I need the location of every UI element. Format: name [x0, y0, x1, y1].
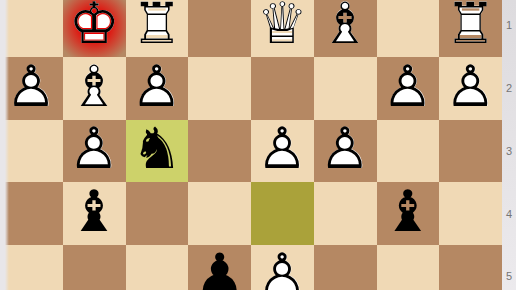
square-d5[interactable]: ♟♙	[251, 245, 314, 290]
square-f4[interactable]	[126, 182, 189, 245]
square-a5[interactable]	[439, 245, 502, 290]
square-g3[interactable]: ♟♙	[63, 120, 126, 183]
square-g4[interactable]: ♝	[63, 182, 126, 245]
rank-label-2: 2	[502, 82, 516, 94]
square-d1[interactable]: ♛♕	[251, 0, 314, 57]
white-pawn[interactable]: ♟♙	[0, 57, 63, 120]
piece-glyph: ♟	[188, 243, 251, 290]
piece-outline: ♙	[126, 55, 189, 118]
rank-label-3: 3	[502, 145, 516, 157]
white-pawn[interactable]: ♟♙	[251, 245, 314, 290]
white-queen[interactable]: ♛♕	[251, 0, 314, 57]
square-f1[interactable]: ♜♖	[126, 0, 189, 57]
square-h3[interactable]	[0, 120, 63, 183]
square-h5[interactable]	[0, 245, 63, 290]
white-pawn[interactable]: ♟♙	[126, 57, 189, 120]
square-h2[interactable]: ♟♙	[0, 57, 63, 120]
black-pawn[interactable]: ♟	[188, 245, 251, 290]
square-f5[interactable]	[126, 245, 189, 290]
piece-glyph: ♞	[126, 118, 189, 181]
piece-outline: ♗	[314, 0, 377, 55]
white-pawn[interactable]: ♟♙	[377, 57, 440, 120]
piece-outline: ♙	[63, 118, 126, 181]
square-h1[interactable]	[0, 0, 63, 57]
square-d4[interactable]	[251, 182, 314, 245]
square-e5[interactable]: ♟	[188, 245, 251, 290]
piece-outline: ♙	[314, 118, 377, 181]
rank-label-5: 5	[502, 270, 516, 282]
square-b4[interactable]: ♝	[377, 182, 440, 245]
piece-fill: ♜	[126, 0, 189, 55]
piece-fill: ♟	[126, 55, 189, 118]
piece-fill: ♟	[251, 243, 314, 290]
square-b1[interactable]	[377, 0, 440, 57]
piece-outline: ♗	[63, 55, 126, 118]
piece-outline: ♖	[439, 0, 502, 55]
square-g2[interactable]: ♝♗	[63, 57, 126, 120]
square-f3[interactable]: ♞	[126, 120, 189, 183]
square-e3[interactable]	[188, 120, 251, 183]
square-g5[interactable]	[63, 245, 126, 290]
square-a1[interactable]: ♜♖	[439, 0, 502, 57]
white-pawn[interactable]: ♟♙	[314, 120, 377, 183]
piece-outline: ♙	[439, 55, 502, 118]
piece-fill: ♜	[439, 0, 502, 55]
white-pawn[interactable]: ♟♙	[251, 120, 314, 183]
chess-board[interactable]: ♚♔♜♖♛♕♝♗♜♖♟♙♝♗♟♙♟♙♟♙♟♙♞♟♙♟♙♝♝♟♟♙	[0, 0, 502, 290]
square-e4[interactable]	[188, 182, 251, 245]
piece-glyph: ♝	[377, 180, 440, 243]
square-f2[interactable]: ♟♙	[126, 57, 189, 120]
square-e1[interactable]	[188, 0, 251, 57]
coordinate-strip: 12345	[502, 0, 516, 290]
piece-outline: ♖	[126, 0, 189, 55]
square-a4[interactable]	[439, 182, 502, 245]
piece-fill: ♟	[377, 55, 440, 118]
piece-fill: ♟	[439, 55, 502, 118]
square-c5[interactable]	[314, 245, 377, 290]
piece-outline: ♙	[251, 243, 314, 290]
piece-fill: ♟	[0, 55, 63, 118]
square-d2[interactable]	[251, 57, 314, 120]
square-c1[interactable]: ♝♗	[314, 0, 377, 57]
rank-label-4: 4	[502, 208, 516, 220]
square-g1[interactable]: ♚♔	[63, 0, 126, 57]
piece-fill: ♟	[314, 118, 377, 181]
piece-fill: ♟	[63, 118, 126, 181]
black-bishop[interactable]: ♝	[377, 182, 440, 245]
piece-outline: ♔	[63, 0, 126, 55]
piece-fill: ♟	[251, 118, 314, 181]
piece-glyph: ♝	[63, 180, 126, 243]
white-king[interactable]: ♚♔	[63, 0, 126, 57]
square-c4[interactable]	[314, 182, 377, 245]
square-c3[interactable]: ♟♙	[314, 120, 377, 183]
piece-fill: ♚	[63, 0, 126, 55]
square-b2[interactable]: ♟♙	[377, 57, 440, 120]
piece-outline: ♕	[251, 0, 314, 55]
piece-fill: ♝	[63, 55, 126, 118]
piece-outline: ♙	[377, 55, 440, 118]
square-b3[interactable]	[377, 120, 440, 183]
white-bishop[interactable]: ♝♗	[314, 0, 377, 57]
square-a2[interactable]: ♟♙	[439, 57, 502, 120]
piece-outline: ♙	[0, 55, 63, 118]
black-bishop[interactable]: ♝	[63, 182, 126, 245]
white-pawn[interactable]: ♟♙	[439, 57, 502, 120]
square-b5[interactable]	[377, 245, 440, 290]
rank-label-1: 1	[502, 19, 516, 31]
square-a3[interactable]	[439, 120, 502, 183]
square-h4[interactable]	[0, 182, 63, 245]
white-rook[interactable]: ♜♖	[126, 0, 189, 57]
square-d3[interactable]: ♟♙	[251, 120, 314, 183]
piece-fill: ♛	[251, 0, 314, 55]
white-rook[interactable]: ♜♖	[439, 0, 502, 57]
white-bishop[interactable]: ♝♗	[63, 57, 126, 120]
black-knight[interactable]: ♞	[126, 120, 189, 183]
square-c2[interactable]	[314, 57, 377, 120]
white-pawn[interactable]: ♟♙	[63, 120, 126, 183]
piece-fill: ♝	[314, 0, 377, 55]
square-e2[interactable]	[188, 57, 251, 120]
piece-outline: ♙	[251, 118, 314, 181]
